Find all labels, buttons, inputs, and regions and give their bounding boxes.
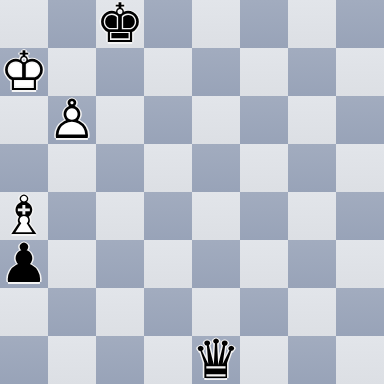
square-g8[interactable] (288, 0, 336, 48)
square-c1[interactable] (96, 336, 144, 384)
square-g3[interactable] (288, 240, 336, 288)
square-e5[interactable] (192, 144, 240, 192)
square-d7[interactable] (144, 48, 192, 96)
piece-white-pawn[interactable]: ♟♙ (48, 93, 96, 147)
square-b2[interactable] (48, 288, 96, 336)
square-c8[interactable]: ♚ (96, 0, 144, 48)
square-f5[interactable] (240, 144, 288, 192)
square-b8[interactable] (48, 0, 96, 48)
square-a3[interactable]: ♟ (0, 240, 48, 288)
square-d2[interactable] (144, 288, 192, 336)
piece-black-king[interactable]: ♚ (96, 0, 144, 51)
square-b3[interactable] (48, 240, 96, 288)
square-b5[interactable] (48, 144, 96, 192)
square-f4[interactable] (240, 192, 288, 240)
square-e1[interactable]: ♛ (192, 336, 240, 384)
square-d5[interactable] (144, 144, 192, 192)
square-h3[interactable] (336, 240, 384, 288)
square-a6[interactable] (0, 96, 48, 144)
square-a7[interactable]: ♚♔ (0, 48, 48, 96)
square-c4[interactable] (96, 192, 144, 240)
square-e6[interactable] (192, 96, 240, 144)
square-f8[interactable] (240, 0, 288, 48)
square-g4[interactable] (288, 192, 336, 240)
square-f6[interactable] (240, 96, 288, 144)
piece-white-king[interactable]: ♚♔ (0, 45, 48, 99)
piece-outline: ♔ (0, 40, 48, 103)
square-g1[interactable] (288, 336, 336, 384)
square-f2[interactable] (240, 288, 288, 336)
square-c5[interactable] (96, 144, 144, 192)
square-f3[interactable] (240, 240, 288, 288)
chess-board: ♚♚♔♟♙♝♗♟♛ (0, 0, 384, 384)
square-h4[interactable] (336, 192, 384, 240)
square-c3[interactable] (96, 240, 144, 288)
square-e4[interactable] (192, 192, 240, 240)
square-a2[interactable] (0, 288, 48, 336)
square-h8[interactable] (336, 0, 384, 48)
square-h6[interactable] (336, 96, 384, 144)
square-f7[interactable] (240, 48, 288, 96)
square-d4[interactable] (144, 192, 192, 240)
piece-outline: ♙ (48, 88, 96, 151)
square-d6[interactable] (144, 96, 192, 144)
square-c6[interactable] (96, 96, 144, 144)
square-h2[interactable] (336, 288, 384, 336)
square-h5[interactable] (336, 144, 384, 192)
square-d3[interactable] (144, 240, 192, 288)
square-e8[interactable] (192, 0, 240, 48)
square-d1[interactable] (144, 336, 192, 384)
square-b6[interactable]: ♟♙ (48, 96, 96, 144)
square-g7[interactable] (288, 48, 336, 96)
square-h1[interactable] (336, 336, 384, 384)
piece-black-queen[interactable]: ♛ (192, 333, 240, 384)
square-c2[interactable] (96, 288, 144, 336)
square-g6[interactable] (288, 96, 336, 144)
square-b4[interactable] (48, 192, 96, 240)
square-f1[interactable] (240, 336, 288, 384)
square-h7[interactable] (336, 48, 384, 96)
square-e3[interactable] (192, 240, 240, 288)
square-g2[interactable] (288, 288, 336, 336)
square-b1[interactable] (48, 336, 96, 384)
piece-black-pawn[interactable]: ♟ (0, 237, 48, 291)
square-a1[interactable] (0, 336, 48, 384)
square-c7[interactable] (96, 48, 144, 96)
square-d8[interactable] (144, 0, 192, 48)
square-g5[interactable] (288, 144, 336, 192)
square-e7[interactable] (192, 48, 240, 96)
